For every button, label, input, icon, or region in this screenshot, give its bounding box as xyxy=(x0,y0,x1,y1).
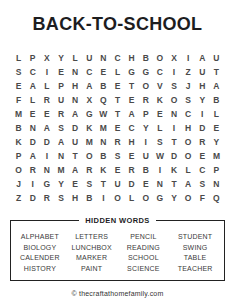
hidden-word: BIOLOGY xyxy=(15,243,65,254)
hidden-word: TEACHER xyxy=(170,264,220,275)
grid-cell[interactable]: N xyxy=(68,65,82,79)
hidden-words-list: ALPHABETBIOLOGYCALENDERHISTORYLETTERSLUN… xyxy=(15,232,220,274)
grid-cell[interactable]: N xyxy=(26,121,40,135)
grid-cell[interactable]: H xyxy=(125,135,139,149)
grid-cell[interactable]: N xyxy=(96,51,110,65)
grid-cell[interactable]: S xyxy=(110,149,124,163)
hidden-word: CALENDER xyxy=(15,253,65,264)
grid-cell[interactable]: B xyxy=(82,191,96,205)
grid-cell[interactable]: Y xyxy=(195,93,209,107)
grid-cell[interactable]: O xyxy=(12,163,26,177)
grid-cell[interactable]: B xyxy=(96,149,110,163)
grid-cell[interactable]: D xyxy=(26,191,40,205)
grid-cell[interactable]: K xyxy=(96,163,110,177)
grid-cell[interactable]: L xyxy=(153,121,167,135)
grid-cell[interactable]: I xyxy=(96,191,110,205)
grid-cell[interactable]: T xyxy=(209,65,223,79)
grid-cell[interactable]: X xyxy=(82,93,96,107)
grid-cell[interactable]: S xyxy=(181,93,195,107)
grid-cell[interactable]: E xyxy=(26,107,40,121)
grid-cell[interactable]: M xyxy=(54,163,68,177)
hidden-word: SWING xyxy=(170,243,220,254)
grid-cell[interactable]: Y xyxy=(54,51,68,65)
grid-cell[interactable]: N xyxy=(209,177,223,191)
grid-cell[interactable]: U xyxy=(82,51,96,65)
grid-cell[interactable]: T xyxy=(167,135,181,149)
grid-cell[interactable]: K xyxy=(167,163,181,177)
grid-cell[interactable]: S xyxy=(54,191,68,205)
copyright-text: © thecraftathomefamily.com xyxy=(0,290,235,297)
grid-cell[interactable]: E xyxy=(40,107,54,121)
grid-cell[interactable]: U xyxy=(195,65,209,79)
grid-cell[interactable]: H xyxy=(195,79,209,93)
grid-cell[interactable]: E xyxy=(12,79,26,93)
grid-cell[interactable]: E xyxy=(153,107,167,121)
word-search-grid: LPXYLUNCHBOXIAUSCIENCELGGCIZUTEALPHABETO… xyxy=(12,51,224,205)
grid-cell[interactable]: I xyxy=(40,149,54,163)
grid-cell[interactable]: I xyxy=(167,121,181,135)
grid-cell[interactable]: C xyxy=(181,107,195,121)
grid-cell[interactable]: D xyxy=(26,135,40,149)
grid-cell[interactable]: R xyxy=(26,163,40,177)
grid-cell[interactable]: A xyxy=(181,177,195,191)
grid-cell[interactable]: L xyxy=(209,107,223,121)
grid-cell[interactable]: P xyxy=(209,163,223,177)
grid-cell[interactable]: E xyxy=(68,177,82,191)
grid-cell[interactable]: M xyxy=(96,121,110,135)
grid-cell[interactable]: C xyxy=(110,51,124,65)
grid-cell[interactable]: O xyxy=(181,135,195,149)
grid-cell[interactable]: A xyxy=(82,79,96,93)
grid-cell[interactable]: G xyxy=(139,65,153,79)
hidden-word: HISTORY xyxy=(15,264,65,275)
grid-cell[interactable]: L xyxy=(68,51,82,65)
grid-cell[interactable]: C xyxy=(195,163,209,177)
hidden-words-box: HIDDEN WORDS ALPHABETBIOLOGYCALENDERHIST… xyxy=(10,216,225,281)
grid-cell[interactable]: W xyxy=(96,107,110,121)
hidden-words-column: ALPHABETBIOLOGYCALENDERHISTORY xyxy=(15,232,65,274)
grid-cell[interactable]: Y xyxy=(167,191,181,205)
hidden-words-column: STUDENTSWINGTABLETEACHER xyxy=(170,232,220,274)
grid-cell[interactable]: Z xyxy=(181,65,195,79)
grid-cell[interactable]: Y xyxy=(139,121,153,135)
hidden-words-column: LETTERSLUNCHBOXMARKERPAINT xyxy=(67,232,117,274)
grid-cell[interactable]: C xyxy=(82,65,96,79)
grid-cell[interactable]: M xyxy=(209,149,223,163)
grid-cell[interactable]: E xyxy=(110,79,124,93)
grid-cell[interactable]: O xyxy=(110,191,124,205)
grid-cell[interactable]: A xyxy=(54,135,68,149)
grid-cell[interactable]: B xyxy=(96,79,110,93)
grid-cell[interactable]: T xyxy=(110,107,124,121)
grid-cell[interactable]: A xyxy=(26,79,40,93)
grid-cell[interactable]: H xyxy=(125,51,139,65)
grid-cell[interactable]: O xyxy=(82,149,96,163)
grid-cell[interactable]: V xyxy=(153,79,167,93)
grid-cell[interactable]: O xyxy=(181,149,195,163)
grid-cell[interactable]: L xyxy=(125,191,139,205)
grid-cell[interactable]: R xyxy=(82,163,96,177)
grid-cell[interactable]: E xyxy=(110,163,124,177)
grid-cell[interactable]: G xyxy=(153,191,167,205)
grid-cell[interactable]: O xyxy=(167,93,181,107)
grid-cell[interactable]: H xyxy=(181,121,195,135)
grid-cell[interactable]: B xyxy=(209,93,223,107)
grid-cell[interactable]: B xyxy=(139,51,153,65)
grid-cell[interactable]: G xyxy=(82,107,96,121)
grid-cell[interactable]: A xyxy=(40,121,54,135)
grid-cell[interactable]: J xyxy=(181,79,195,93)
grid-cell[interactable]: G xyxy=(125,65,139,79)
hidden-word: SCHOOL xyxy=(119,253,169,264)
grid-cell[interactable]: W xyxy=(153,149,167,163)
grid-cell[interactable]: X xyxy=(167,51,181,65)
grid-cell[interactable]: R xyxy=(139,93,153,107)
grid-cell[interactable]: L xyxy=(26,93,40,107)
grid-cell[interactable]: P xyxy=(139,107,153,121)
hidden-word: ALPHABET xyxy=(15,232,65,243)
grid-cell[interactable]: L xyxy=(40,79,54,93)
grid-cell[interactable]: H xyxy=(68,79,82,93)
grid-cell[interactable]: D xyxy=(40,135,54,149)
grid-cell[interactable]: O xyxy=(181,191,195,205)
grid-cell[interactable]: N xyxy=(68,93,82,107)
grid-cell[interactable]: U xyxy=(139,149,153,163)
grid-cell[interactable]: N xyxy=(153,177,167,191)
hidden-word: READING xyxy=(119,243,169,254)
grid-cell[interactable]: U xyxy=(54,93,68,107)
grid-cell[interactable]: R xyxy=(40,191,54,205)
grid-cell[interactable]: K xyxy=(153,93,167,107)
hidden-word: STUDENT xyxy=(170,232,220,243)
grid-cell[interactable]: S xyxy=(167,79,181,93)
grid-cell[interactable]: R xyxy=(40,93,54,107)
grid-cell[interactable]: N xyxy=(167,107,181,121)
grid-cell[interactable]: U xyxy=(209,51,223,65)
hidden-word: PAINT xyxy=(67,264,117,275)
hidden-word: TABLE xyxy=(170,253,220,264)
grid-cell[interactable]: T xyxy=(110,93,124,107)
grid-cell[interactable]: B xyxy=(139,163,153,177)
grid-cell[interactable]: O xyxy=(139,79,153,93)
grid-cell[interactable]: A xyxy=(209,79,223,93)
grid-cell[interactable]: E xyxy=(110,121,124,135)
grid-cell[interactable]: Y xyxy=(54,177,68,191)
grid-cell[interactable]: S xyxy=(54,121,68,135)
grid-cell[interactable]: E xyxy=(125,149,139,163)
grid-cell[interactable]: A xyxy=(68,107,82,121)
grid-cell[interactable]: A xyxy=(195,51,209,65)
grid-cell[interactable]: L xyxy=(181,163,195,177)
grid-cell[interactable]: B xyxy=(12,121,26,135)
grid-cell[interactable]: F xyxy=(195,191,209,205)
grid-cell[interactable]: R xyxy=(125,163,139,177)
page-title: BACK-TO-SCHOOL xyxy=(0,14,235,35)
hidden-word: SCIENCE xyxy=(119,264,169,275)
grid-cell[interactable]: E xyxy=(96,65,110,79)
grid-cell[interactable]: Y xyxy=(209,135,223,149)
grid-cell[interactable]: D xyxy=(125,177,139,191)
grid-cell[interactable]: S xyxy=(12,65,26,79)
grid-cell[interactable]: S xyxy=(153,135,167,149)
grid-cell[interactable]: E xyxy=(209,121,223,135)
hidden-word: MARKER xyxy=(67,253,117,264)
grid-cell[interactable]: N xyxy=(54,149,68,163)
grid-cell[interactable]: X xyxy=(40,51,54,65)
grid-cell[interactable]: P xyxy=(12,149,26,163)
grid-cell[interactable]: T xyxy=(68,149,82,163)
grid-cell[interactable]: I xyxy=(26,177,40,191)
grid-cell[interactable]: S xyxy=(195,177,209,191)
grid-cell[interactable]: I xyxy=(153,163,167,177)
grid-cell[interactable]: Z xyxy=(12,191,26,205)
grid-cell[interactable]: I xyxy=(139,135,153,149)
grid-cell[interactable]: R xyxy=(54,107,68,121)
grid-cell[interactable]: A xyxy=(125,107,139,121)
grid-cell[interactable]: E xyxy=(125,93,139,107)
grid-cell[interactable]: N xyxy=(40,163,54,177)
grid-cell[interactable]: C xyxy=(26,65,40,79)
grid-cell[interactable]: A xyxy=(26,149,40,163)
grid-cell[interactable]: T xyxy=(96,177,110,191)
grid-cell[interactable]: E xyxy=(139,177,153,191)
grid-cell[interactable]: G xyxy=(40,177,54,191)
hidden-word: PENCIL xyxy=(119,232,169,243)
grid-cell[interactable]: K xyxy=(82,121,96,135)
hidden-words-heading: HIDDEN WORDS xyxy=(79,216,155,225)
grid-cell[interactable]: Q xyxy=(209,191,223,205)
grid-cell[interactable]: P xyxy=(26,51,40,65)
grid-cell[interactable]: U xyxy=(110,177,124,191)
grid-cell[interactable]: I xyxy=(167,65,181,79)
word-search-worksheet: BACK-TO-SCHOOL LPXYLUNCHBOXIAUSCIENCELGG… xyxy=(0,14,235,306)
grid-cell[interactable]: R xyxy=(195,135,209,149)
grid-cell[interactable]: D xyxy=(167,149,181,163)
grid-cell[interactable]: E xyxy=(54,65,68,79)
grid-cell[interactable]: R xyxy=(110,135,124,149)
grid-cell[interactable]: S xyxy=(82,177,96,191)
grid-cell[interactable]: I xyxy=(195,107,209,121)
grid-cell[interactable]: T xyxy=(125,79,139,93)
hidden-word: LETTERS xyxy=(67,232,117,243)
grid-cell[interactable]: L xyxy=(110,65,124,79)
grid-cell[interactable]: A xyxy=(68,163,82,177)
grid-cell[interactable]: J xyxy=(12,177,26,191)
grid-cell[interactable]: C xyxy=(125,121,139,135)
grid-cell[interactable]: M xyxy=(12,107,26,121)
grid-cell[interactable]: P xyxy=(54,79,68,93)
grid-cell[interactable]: H xyxy=(68,191,82,205)
grid-cell[interactable]: F xyxy=(12,93,26,107)
grid-cell[interactable]: T xyxy=(167,177,181,191)
grid-cell[interactable]: D xyxy=(68,121,82,135)
hidden-word: LUNCHBOX xyxy=(67,243,117,254)
grid-cell[interactable]: L xyxy=(12,51,26,65)
grid-cell[interactable]: M xyxy=(82,135,96,149)
grid-cell[interactable]: K xyxy=(12,135,26,149)
grid-cell[interactable]: O xyxy=(139,191,153,205)
grid-cell[interactable]: I xyxy=(181,51,195,65)
hidden-words-column: PENCILREADINGSCHOOLSCIENCE xyxy=(119,232,169,274)
grid-cell[interactable]: D xyxy=(195,121,209,135)
grid-cell[interactable]: I xyxy=(40,65,54,79)
grid-cell[interactable]: U xyxy=(68,135,82,149)
grid-cell[interactable]: O xyxy=(153,51,167,65)
grid-cell[interactable]: Q xyxy=(96,93,110,107)
grid-cell[interactable]: E xyxy=(195,149,209,163)
grid-cell[interactable]: C xyxy=(153,65,167,79)
grid-cell[interactable]: N xyxy=(96,135,110,149)
